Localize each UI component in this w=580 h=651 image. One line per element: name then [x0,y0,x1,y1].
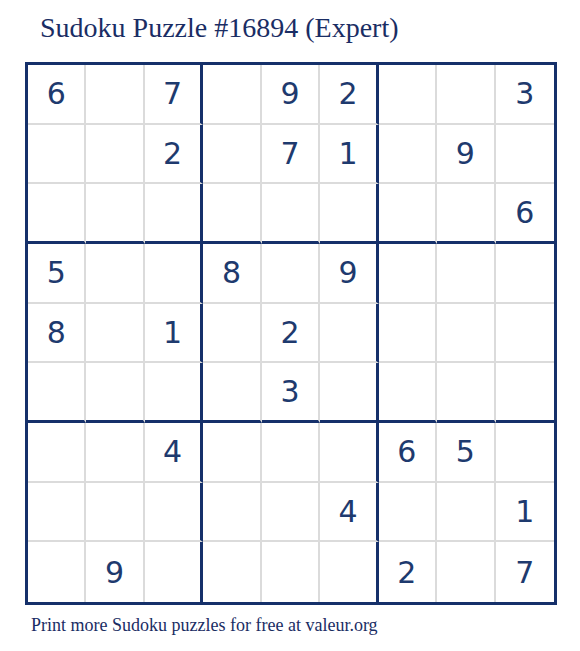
sudoku-cell-r1c6: 2 [320,65,378,125]
sudoku-cell-r9c5 [262,542,320,602]
footer-text: Print more Sudoku puzzles for free at va… [31,615,378,636]
sudoku-cell-r9c6 [320,542,378,602]
sudoku-cell-r9c7: 2 [379,542,437,602]
sudoku-cell-r2c2 [86,125,144,185]
sudoku-cell-r5c6 [320,304,378,364]
sudoku-cell-r7c1 [28,423,86,483]
sudoku-cell-r7c7: 6 [379,423,437,483]
sudoku-cell-r2c1 [28,125,86,185]
sudoku-cell-r7c4 [203,423,261,483]
sudoku-cell-r4c6: 9 [320,244,378,304]
sudoku-cell-r9c9: 7 [496,542,554,602]
sudoku-cell-r4c2 [86,244,144,304]
sudoku-cell-r5c8 [437,304,495,364]
sudoku-cell-r3c1 [28,184,86,244]
sudoku-cell-r7c8: 5 [437,423,495,483]
sudoku-cell-r6c8 [437,363,495,423]
sudoku-board: 6792327196589812346541927 [25,62,557,605]
sudoku-cell-r7c2 [86,423,144,483]
page-title: Sudoku Puzzle #16894 (Expert) [40,12,399,44]
sudoku-cell-r3c4 [203,184,261,244]
sudoku-cell-r3c5 [262,184,320,244]
sudoku-cell-r8c6: 4 [320,483,378,543]
sudoku-cell-r6c1 [28,363,86,423]
sudoku-cell-r3c3 [145,184,203,244]
sudoku-cell-r8c5 [262,483,320,543]
sudoku-cell-r2c5: 7 [262,125,320,185]
sudoku-cell-r6c7 [379,363,437,423]
sudoku-cell-r6c9 [496,363,554,423]
sudoku-cell-r1c5: 9 [262,65,320,125]
sudoku-cell-r7c9 [496,423,554,483]
sudoku-cell-r1c2 [86,65,144,125]
sudoku-cell-r7c3: 4 [145,423,203,483]
sudoku-cell-r5c3: 1 [145,304,203,364]
sudoku-cell-r9c1 [28,542,86,602]
sudoku-cell-r4c9 [496,244,554,304]
sudoku-cell-r5c5: 2 [262,304,320,364]
sudoku-cell-r5c9 [496,304,554,364]
sudoku-cell-r2c9 [496,125,554,185]
sudoku-cell-r8c9: 1 [496,483,554,543]
sudoku-cell-r1c4 [203,65,261,125]
sudoku-cell-r4c1: 5 [28,244,86,304]
sudoku-cell-r4c5 [262,244,320,304]
sudoku-cell-r3c7 [379,184,437,244]
sudoku-cell-r3c6 [320,184,378,244]
sudoku-cell-r5c2 [86,304,144,364]
sudoku-cell-r3c8 [437,184,495,244]
sudoku-cell-r4c3 [145,244,203,304]
sudoku-cell-r2c3: 2 [145,125,203,185]
sudoku-cell-r5c1: 8 [28,304,86,364]
sudoku-cell-r7c6 [320,423,378,483]
sudoku-cell-r9c3 [145,542,203,602]
sudoku-cell-r7c5 [262,423,320,483]
sudoku-cell-r6c5: 3 [262,363,320,423]
sudoku-cell-r6c3 [145,363,203,423]
sudoku-cell-r1c1: 6 [28,65,86,125]
sudoku-cell-r5c7 [379,304,437,364]
sudoku-cell-r8c3 [145,483,203,543]
sudoku-cell-r8c2 [86,483,144,543]
sudoku-cell-r5c4 [203,304,261,364]
sudoku-cell-r9c2: 9 [86,542,144,602]
sudoku-cell-r4c7 [379,244,437,304]
sudoku-cell-r2c7 [379,125,437,185]
sudoku-cell-r8c4 [203,483,261,543]
sudoku-cell-r6c2 [86,363,144,423]
sudoku-cell-r1c8 [437,65,495,125]
sudoku-cell-r4c8 [437,244,495,304]
sudoku-cell-r8c1 [28,483,86,543]
sudoku-cell-r1c3: 7 [145,65,203,125]
sudoku-cell-r6c6 [320,363,378,423]
sudoku-cell-r4c4: 8 [203,244,261,304]
sudoku-cell-r8c8 [437,483,495,543]
sudoku-cell-r2c8: 9 [437,125,495,185]
sudoku-cell-r3c2 [86,184,144,244]
sudoku-cell-r1c9: 3 [496,65,554,125]
sudoku-cell-r8c7 [379,483,437,543]
sudoku-cell-r2c4 [203,125,261,185]
sudoku-cell-r2c6: 1 [320,125,378,185]
sudoku-cell-r3c9: 6 [496,184,554,244]
sudoku-cell-r1c7 [379,65,437,125]
sudoku-cell-r9c4 [203,542,261,602]
sudoku-cell-r9c8 [437,542,495,602]
sudoku-cell-r6c4 [203,363,261,423]
